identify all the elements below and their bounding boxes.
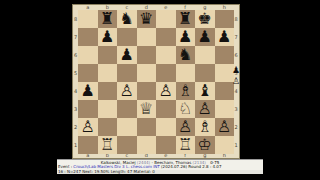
square-f7-piece[interactable]: ♟: [176, 28, 196, 46]
square-f3-piece[interactable]: ♘: [176, 100, 196, 118]
square-c1[interactable]: [117, 136, 137, 154]
square-h6[interactable]: [215, 46, 235, 64]
event-name-link[interactable]: Crouch/Lab Masters Div 3 L. chess.com IN…: [73, 165, 159, 169]
square-d1[interactable]: [137, 136, 157, 154]
square-f8-piece[interactable]: ♜: [176, 10, 196, 28]
square-c6-piece[interactable]: ♟: [117, 46, 137, 64]
square-h3[interactable]: [215, 100, 235, 118]
event-label: Event :: [58, 165, 72, 169]
players-separator: -: [151, 160, 152, 165]
square-c3[interactable]: [117, 100, 137, 118]
square-b3[interactable]: [98, 100, 118, 118]
square-a4-piece[interactable]: ♟: [78, 82, 98, 100]
stats-line: 16 : N=247 Next: 19.50% Length: 47 Mater…: [57, 170, 263, 174]
square-d5[interactable]: [137, 64, 157, 82]
square-f6-piece[interactable]: ♞: [176, 46, 196, 64]
square-b4[interactable]: [98, 82, 118, 100]
square-g6[interactable]: [195, 46, 215, 64]
square-g7-piece[interactable]: ♟: [195, 28, 215, 46]
square-g2-piece[interactable]: ♗: [195, 118, 215, 136]
players-line: Kalkowski, Maciej (2444) - Beecham, Thom…: [57, 160, 263, 165]
square-a6[interactable]: [78, 46, 98, 64]
square-c4-piece[interactable]: ♙: [117, 82, 137, 100]
square-c7[interactable]: [117, 28, 137, 46]
square-f5[interactable]: [176, 64, 196, 82]
square-b2[interactable]: [98, 118, 118, 136]
square-a5[interactable]: [78, 64, 98, 82]
square-a1[interactable]: [78, 136, 98, 154]
square-e4-piece[interactable]: ♙: [156, 82, 176, 100]
square-d7[interactable]: [137, 28, 157, 46]
square-e1[interactable]: [156, 136, 176, 154]
square-e8[interactable]: [156, 10, 176, 28]
square-d8-piece[interactable]: ♛: [137, 10, 157, 28]
white-player-name: Kalkowski, Maciej: [101, 160, 136, 165]
square-a7[interactable]: [78, 28, 98, 46]
square-b5[interactable]: [98, 64, 118, 82]
square-b7-piece[interactable]: ♟: [98, 28, 118, 46]
square-a2-piece[interactable]: ♙: [78, 118, 98, 136]
square-g3-piece[interactable]: ♙: [195, 100, 215, 118]
square-g4-piece[interactable]: ♝: [195, 82, 215, 100]
square-d6[interactable]: [137, 46, 157, 64]
square-b8-piece[interactable]: ♜: [98, 10, 118, 28]
chess-board[interactable]: ♜♞♛♜♚♟♟♟♟♟♞♟♙♙♗♝♕♘♙♙♙♗♙♖♖♔: [78, 10, 234, 154]
square-g5[interactable]: [195, 64, 215, 82]
square-a3[interactable]: [78, 100, 98, 118]
square-b1-piece[interactable]: ♖: [98, 136, 118, 154]
square-e3[interactable]: [156, 100, 176, 118]
black-pawn-icon: ♟: [232, 65, 240, 76]
square-d4[interactable]: [137, 82, 157, 100]
square-h8[interactable]: [215, 10, 235, 28]
chess-board-area: abcdefgh abcdefgh 87654321 87654321 ♜♞♛♜…: [72, 4, 240, 159]
square-e6[interactable]: [156, 46, 176, 64]
square-h1[interactable]: [215, 136, 235, 154]
square-f4-piece[interactable]: ♗: [176, 82, 196, 100]
square-g8-piece[interactable]: ♚: [195, 10, 215, 28]
square-c8-piece[interactable]: ♞: [117, 10, 137, 28]
square-c2[interactable]: [117, 118, 137, 136]
game-info-panel: Kalkowski, Maciej (2444) - Beecham, Thom…: [57, 159, 263, 172]
black-player-name: Beecham, Thomas: [154, 160, 191, 165]
captured-material-tray: ♟♙: [231, 65, 241, 87]
square-d2[interactable]: [137, 118, 157, 136]
square-e7[interactable]: [156, 28, 176, 46]
square-b6[interactable]: [98, 46, 118, 64]
event-details: (2024.07.26) Round 2.8 : 4.07: [161, 165, 221, 169]
square-h7-piece[interactable]: ♟: [215, 28, 235, 46]
square-c5[interactable]: [117, 64, 137, 82]
square-f1-piece[interactable]: ♖: [176, 136, 196, 154]
black-player-rating: (2134): [193, 160, 206, 165]
square-d3-piece[interactable]: ♕: [137, 100, 157, 118]
square-a8[interactable]: [78, 10, 98, 28]
white-player-rating: (2444): [137, 160, 150, 165]
event-line: Event : Crouch/Lab Masters Div 3 L. ches…: [57, 165, 263, 169]
game-result: 0-75: [210, 160, 219, 165]
square-h2-piece[interactable]: ♙: [215, 118, 235, 136]
square-f2-piece[interactable]: ♙: [176, 118, 196, 136]
square-e5[interactable]: [156, 64, 176, 82]
square-e2[interactable]: [156, 118, 176, 136]
white-pawn-icon: ♙: [232, 76, 240, 87]
square-g1-piece[interactable]: ♔: [195, 136, 215, 154]
